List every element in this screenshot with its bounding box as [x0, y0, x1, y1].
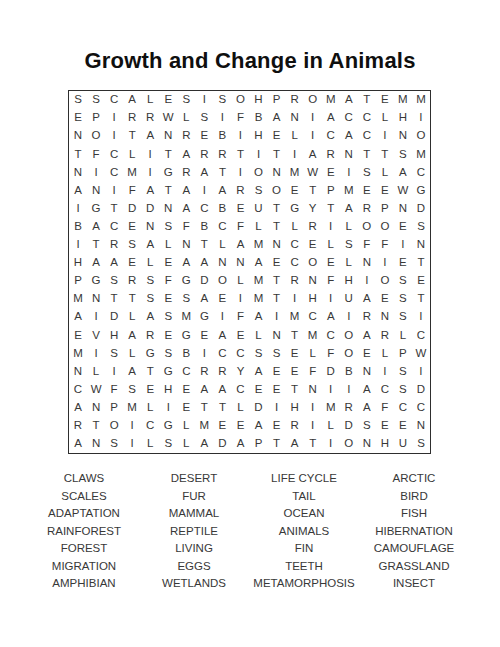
grid-cell: E [304, 236, 322, 254]
word-list-item: ADAPTATION [29, 505, 139, 523]
grid-cell: M [69, 344, 87, 362]
grid-cell: S [394, 145, 412, 163]
grid-cell: D [340, 417, 358, 435]
grid-cell: B [340, 363, 358, 381]
word-list-item: EGGS [139, 558, 249, 576]
grid-cell: P [376, 200, 394, 218]
grid-cell: S [123, 381, 141, 399]
grid-cell: C [412, 399, 430, 417]
grid-cell: N [412, 236, 430, 254]
grid-cell: S [412, 435, 430, 453]
grid-cell: P [394, 344, 412, 362]
grid-cell: M [123, 163, 141, 181]
grid-cell: A [249, 254, 267, 272]
grid-cell: I [141, 145, 159, 163]
grid-cell: N [69, 163, 87, 181]
grid-cell: S [159, 308, 177, 326]
grid-cell: G [159, 163, 177, 181]
grid-cell: I [322, 435, 340, 453]
word-list-column: ARCTICBIRDFISHHIBERNATIONCAMOUFLAGEGRASS… [359, 470, 469, 593]
grid-cell: L [249, 218, 267, 236]
grid-cell: A [394, 163, 412, 181]
grid-cell: A [69, 308, 87, 326]
grid-cell: S [159, 435, 177, 453]
grid-cell: M [286, 308, 304, 326]
grid-cell: A [249, 363, 267, 381]
word-list-column: DESERTFURMAMMALREPTILELIVINGEGGSWETLANDS [139, 470, 249, 593]
grid-cell: T [87, 236, 105, 254]
grid-cell: S [249, 182, 267, 200]
grid-cell: E [376, 417, 394, 435]
grid-cell: S [213, 91, 231, 109]
grid-cell: N [268, 236, 286, 254]
word-list-column: CLAWSSCALESADAPTATIONRAINFORESTFORESTMIG… [29, 470, 139, 593]
grid-cell: O [376, 218, 394, 236]
grid-cell: F [376, 236, 394, 254]
grid-cell: D [249, 399, 267, 417]
grid-cell: A [358, 381, 376, 399]
grid-cell: L [304, 344, 322, 362]
grid-cell: M [322, 91, 340, 109]
grid-cell: H [304, 290, 322, 308]
grid-cell: I [286, 145, 304, 163]
grid-cell: E [159, 91, 177, 109]
grid-cell: F [304, 363, 322, 381]
grid-cell: N [376, 308, 394, 326]
word-list-column: LIFE CYCLETAILOCEANANIMALSFINTEETHMETAMO… [249, 470, 359, 593]
word-list-item: CAMOUFLAGE [359, 540, 469, 558]
grid-cell: L [141, 254, 159, 272]
grid-cell: I [286, 290, 304, 308]
grid-cell: E [268, 363, 286, 381]
grid-cell: I [105, 363, 123, 381]
grid-cell: D [412, 381, 430, 399]
grid-cell: O [304, 254, 322, 272]
grid-cell: C [412, 326, 430, 344]
grid-cell: R [231, 182, 249, 200]
grid-cell: H [394, 109, 412, 127]
grid-cell: A [195, 254, 213, 272]
grid-cell: A [105, 254, 123, 272]
grid-cell: G [159, 417, 177, 435]
grid-cell: I [322, 218, 340, 236]
grid-cell: T [213, 163, 231, 181]
grid-cell: R [123, 109, 141, 127]
grid-cell: S [105, 344, 123, 362]
grid-cell: A [231, 236, 249, 254]
grid-cell: L [394, 326, 412, 344]
grid-cell: V [87, 326, 105, 344]
grid-cell: S [159, 218, 177, 236]
grid-cell: M [249, 272, 267, 290]
grid-cell: I [340, 381, 358, 399]
grid-cell: I [213, 308, 231, 326]
word-list-item: INSECT [359, 575, 469, 593]
grid-cell: B [249, 109, 267, 127]
grid-cell: H [69, 254, 87, 272]
grid-cell: H [249, 91, 267, 109]
grid-cell: L [177, 417, 195, 435]
grid-cell: D [213, 435, 231, 453]
grid-cell: E [268, 127, 286, 145]
grid-cell: F [177, 218, 195, 236]
grid-cell: C [231, 381, 249, 399]
grid-cell: T [123, 127, 141, 145]
grid-cell: S [105, 272, 123, 290]
grid-cell: A [123, 326, 141, 344]
grid-cell: I [340, 163, 358, 181]
grid-cell: C [358, 109, 376, 127]
grid-cell: L [141, 399, 159, 417]
grid-cell: E [213, 290, 231, 308]
grid-cell: S [394, 363, 412, 381]
grid-cell: I [123, 417, 141, 435]
grid-cell: N [340, 145, 358, 163]
grid-cell: A [286, 435, 304, 453]
grid-cell: A [358, 399, 376, 417]
grid-cell: E [322, 254, 340, 272]
grid-cell: C [304, 308, 322, 326]
grid-cell: P [249, 435, 267, 453]
grid-cell: G [286, 200, 304, 218]
word-list-item: BIRD [359, 488, 469, 506]
grid-cell: I [87, 163, 105, 181]
grid-cell: D [105, 308, 123, 326]
grid-cell: N [358, 435, 376, 453]
grid-cell: L [123, 344, 141, 362]
grid-cell: C [105, 91, 123, 109]
grid-cell: I [87, 344, 105, 362]
grid-cell: E [376, 182, 394, 200]
grid-cell: A [231, 435, 249, 453]
grid-cell: N [231, 254, 249, 272]
grid-cell: O [249, 163, 267, 181]
grid-cell: E [123, 254, 141, 272]
grid-cell: T [304, 435, 322, 453]
grid-cell: I [141, 163, 159, 181]
word-list-item: FUR [139, 488, 249, 506]
grid-cell: D [412, 200, 430, 218]
grid-cell: M [340, 182, 358, 200]
word-list-item: TAIL [249, 488, 359, 506]
grid-cell: O [304, 91, 322, 109]
grid-cell: I [304, 127, 322, 145]
grid-cell: T [123, 290, 141, 308]
grid-cell: C [322, 326, 340, 344]
word-list-item: MAMMAL [139, 505, 249, 523]
grid-cell: R [213, 363, 231, 381]
grid-cell: C [286, 236, 304, 254]
grid-cell: S [177, 91, 195, 109]
grid-cell: E [394, 218, 412, 236]
word-list-item: WETLANDS [139, 575, 249, 593]
word-list-item: LIVING [139, 540, 249, 558]
grid-cell: O [268, 182, 286, 200]
grid-cell: E [195, 127, 213, 145]
grid-cell: F [159, 272, 177, 290]
grid-cell: N [286, 109, 304, 127]
grid-cell: T [412, 290, 430, 308]
word-list-item: OCEAN [249, 505, 359, 523]
grid-cell: R [141, 109, 159, 127]
grid-cell: S [394, 308, 412, 326]
page-title: Growth and Change in Animals [0, 48, 500, 74]
grid-cell: L [231, 272, 249, 290]
grid-cell: E [268, 417, 286, 435]
grid-cell: L [322, 236, 340, 254]
grid-cell: C [195, 200, 213, 218]
grid-cell: I [322, 290, 340, 308]
grid-cell: I [412, 109, 430, 127]
grid-cell: C [358, 127, 376, 145]
grid-cell: N [268, 163, 286, 181]
grid-cell: H [105, 326, 123, 344]
grid-cell: T [322, 200, 340, 218]
grid-cell: L [376, 163, 394, 181]
grid-cell: A [195, 381, 213, 399]
grid-cell: A [268, 109, 286, 127]
grid-cell: O [340, 326, 358, 344]
grid-cell: T [213, 399, 231, 417]
grid-cell: A [177, 200, 195, 218]
grid-cell: A [141, 308, 159, 326]
grid-cell: L [231, 399, 249, 417]
grid-cell: T [268, 290, 286, 308]
grid-cell: F [123, 182, 141, 200]
grid-cell: T [268, 218, 286, 236]
grid-cell: C [412, 163, 430, 181]
word-list-item: METAMORPHOSIS [249, 575, 359, 593]
grid-cell: A [123, 91, 141, 109]
grid-cell: I [304, 109, 322, 127]
grid-cell: L [177, 435, 195, 453]
grid-cell: S [123, 236, 141, 254]
grid-cell: C [231, 344, 249, 362]
grid-cell: E [394, 417, 412, 435]
grid-cell: D [141, 200, 159, 218]
grid-cell: O [358, 218, 376, 236]
grid-cell: A [340, 200, 358, 218]
grid-cell: L [159, 236, 177, 254]
grid-cell: A [358, 290, 376, 308]
grid-cell: E [376, 290, 394, 308]
grid-cell: T [286, 381, 304, 399]
grid-cell: O [376, 272, 394, 290]
grid-cell: W [159, 109, 177, 127]
grid-cell: L [286, 127, 304, 145]
grid-cell: S [177, 290, 195, 308]
grid-cell: R [105, 236, 123, 254]
grid-cell: F [376, 399, 394, 417]
grid-cell: P [268, 91, 286, 109]
grid-cell: Y [231, 363, 249, 381]
grid-cell: R [177, 163, 195, 181]
grid-cell: C [141, 417, 159, 435]
grid-cell: C [105, 218, 123, 236]
grid-cell: T [358, 91, 376, 109]
grid-cell: H [340, 272, 358, 290]
grid-cell: A [141, 236, 159, 254]
grid-cell: T [159, 145, 177, 163]
grid-cell: D [195, 272, 213, 290]
grid-cell: C [177, 363, 195, 381]
grid-cell: R [358, 200, 376, 218]
grid-cell: U [249, 200, 267, 218]
word-list-item: SCALES [29, 488, 139, 506]
grid-cell: C [322, 127, 340, 145]
grid-cell: N [358, 363, 376, 381]
grid-cell: I [322, 381, 340, 399]
grid-cell: E [394, 254, 412, 272]
grid-cell: A [69, 435, 87, 453]
grid-cell: S [249, 344, 267, 362]
grid-cell: L [213, 236, 231, 254]
word-list: CLAWSSCALESADAPTATIONRAINFORESTFORESTMIG… [29, 470, 469, 593]
grid-cell: N [412, 417, 430, 435]
grid-cell: S [159, 344, 177, 362]
grid-cell: C [105, 163, 123, 181]
grid-cell: N [87, 399, 105, 417]
grid-cell: C [394, 399, 412, 417]
grid-cell: B [213, 127, 231, 145]
grid-cell: L [322, 417, 340, 435]
grid-cell: C [340, 109, 358, 127]
grid-cell: I [231, 127, 249, 145]
grid-cell: W [394, 182, 412, 200]
grid-cell: S [394, 381, 412, 399]
grid-cell: B [177, 344, 195, 362]
grid-cell: N [87, 435, 105, 453]
grid-cell: A [304, 145, 322, 163]
grid-cell: I [304, 417, 322, 435]
grid-cell: F [358, 236, 376, 254]
grid-cell: E [358, 344, 376, 362]
grid-cell: M [394, 91, 412, 109]
grid-cell: G [177, 272, 195, 290]
grid-cell: A [249, 417, 267, 435]
grid-cell: G [87, 200, 105, 218]
grid-cell: I [195, 91, 213, 109]
grid-cell: A [340, 91, 358, 109]
grid-cell: M [304, 326, 322, 344]
grid-cell: A [195, 435, 213, 453]
grid-cell: N [394, 127, 412, 145]
grid-cell: E [286, 363, 304, 381]
grid-cell: T [376, 145, 394, 163]
grid-cell: C [105, 145, 123, 163]
grid-cell: R [213, 145, 231, 163]
grid-cell: M [69, 290, 87, 308]
grid-cell: A [69, 399, 87, 417]
grid-cell: T [87, 417, 105, 435]
grid-cell: I [412, 363, 430, 381]
grid-cell: F [105, 381, 123, 399]
grid-cell: A [87, 254, 105, 272]
word-list-item: TEETH [249, 558, 359, 576]
grid-cell: L [340, 254, 358, 272]
grid-cell: S [412, 218, 430, 236]
grid-cell: M [412, 145, 430, 163]
grid-cell: M [249, 236, 267, 254]
grid-cell: I [123, 435, 141, 453]
word-list-item: ANIMALS [249, 523, 359, 541]
grid-cell: G [141, 344, 159, 362]
grid-cell: W [87, 381, 105, 399]
grid-cell: L [177, 109, 195, 127]
grid-cell: E [195, 326, 213, 344]
grid-cell: A [213, 326, 231, 344]
grid-cell: I [213, 109, 231, 127]
grid-cell: F [322, 344, 340, 362]
grid-cell: I [376, 254, 394, 272]
grid-cell: I [195, 344, 213, 362]
grid-cell: C [69, 381, 87, 399]
grid-cell: P [87, 109, 105, 127]
grid-cell: F [322, 272, 340, 290]
grid-cell: O [412, 127, 430, 145]
grid-cell: A [249, 308, 267, 326]
grid-cell: T [268, 145, 286, 163]
grid-cell: N [394, 200, 412, 218]
grid-cell: A [213, 381, 231, 399]
grid-cell: G [177, 326, 195, 344]
grid-cell: A [141, 127, 159, 145]
grid-cell: I [394, 236, 412, 254]
grid-cell: M [286, 163, 304, 181]
grid-cell: N [268, 326, 286, 344]
grid-cell: N [69, 363, 87, 381]
grid-cell: B [213, 200, 231, 218]
grid-cell: T [141, 363, 159, 381]
grid-cell: E [159, 290, 177, 308]
grid-cell: A [195, 290, 213, 308]
grid-cell: R [358, 308, 376, 326]
grid-cell: C [376, 381, 394, 399]
word-list-item: AMPHIBIAN [29, 575, 139, 593]
grid-cell: N [304, 381, 322, 399]
grid-cell: T [268, 200, 286, 218]
grid-cell: G [412, 182, 430, 200]
word-list-item: FISH [359, 505, 469, 523]
grid-cell: N [304, 272, 322, 290]
grid-cell: E [322, 163, 340, 181]
grid-cell: S [394, 290, 412, 308]
grid-cell: M [177, 308, 195, 326]
grid-cell: T [159, 182, 177, 200]
grid-cell: O [340, 344, 358, 362]
grid-cell: R [141, 326, 159, 344]
grid-cell: W [412, 344, 430, 362]
grid-cell: S [141, 272, 159, 290]
grid-cell: E [358, 182, 376, 200]
grid-cell: S [340, 236, 358, 254]
grid-cell: R [123, 272, 141, 290]
grid-cell: U [340, 290, 358, 308]
grid-cell: G [159, 363, 177, 381]
grid-cell: T [304, 182, 322, 200]
grid-cell: I [376, 363, 394, 381]
grid-cell: A [177, 254, 195, 272]
grid-cell: E [249, 381, 267, 399]
grid-cell: M [412, 91, 430, 109]
grid-cell: I [231, 163, 249, 181]
grid-cell: C [213, 218, 231, 236]
grid-cell: O [87, 127, 105, 145]
grid-cell: E [159, 254, 177, 272]
grid-cell: I [304, 399, 322, 417]
grid-cell: S [141, 290, 159, 308]
grid-cell: L [141, 435, 159, 453]
